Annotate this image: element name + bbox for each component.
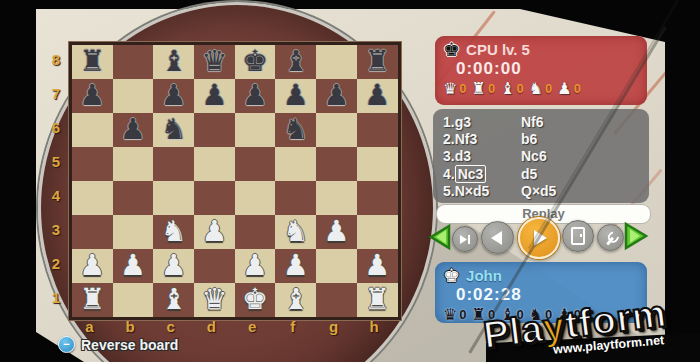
square-f7[interactable]: ♟ — [275, 79, 316, 113]
square-a4[interactable] — [72, 181, 113, 215]
square-a3[interactable] — [72, 215, 113, 249]
square-h2[interactable]: ♟ — [357, 249, 398, 283]
black-rook: ♜ — [357, 43, 398, 79]
black-pawn: ♟ — [153, 77, 194, 113]
square-d3[interactable]: ♟ — [194, 215, 235, 249]
rank-label-2: 2 — [46, 246, 66, 280]
square-e7[interactable]: ♟ — [235, 79, 276, 113]
captured-bishop-icon: ♝ — [500, 80, 514, 97]
file-label-a: a — [69, 318, 110, 335]
white-pawn: ♟ — [357, 247, 398, 283]
white-pawn: ♟ — [113, 247, 154, 283]
square-g7[interactable]: ♟ — [316, 79, 357, 113]
wii-chess-screen: 87654321 ♜♝♛♚♝♜♟♟♟♟♟♟♟♟♞♞♞♟♞♟♟♟♟♟♟♟♜♝♛♚♝… — [0, 0, 700, 362]
current-move-highlight: Nc3 — [455, 165, 487, 183]
white-bishop: ♝ — [275, 281, 316, 317]
cpu-player-panel: ♚ CPU lv. 5 0:00:00 ♛0♜0♝0♞0♟0 — [435, 36, 647, 105]
square-e2[interactable]: ♟ — [235, 249, 276, 283]
square-g3[interactable]: ♟ — [316, 215, 357, 249]
square-c4[interactable] — [153, 181, 194, 215]
rank-label-3: 3 — [46, 212, 66, 246]
cpu-player-name: CPU lv. 5 — [466, 41, 530, 58]
square-d7[interactable]: ♟ — [194, 79, 235, 113]
square-e6[interactable] — [235, 113, 276, 147]
file-label-b: b — [110, 318, 151, 335]
square-h3[interactable] — [357, 215, 398, 249]
wrench-icon — [600, 227, 621, 248]
square-b5[interactable] — [113, 147, 154, 181]
square-e5[interactable] — [235, 147, 276, 181]
square-a6[interactable] — [72, 113, 113, 147]
square-c6[interactable]: ♞ — [153, 113, 194, 147]
skip-icon — [459, 234, 471, 245]
file-label-f: f — [272, 318, 313, 335]
captured-knight-count: 0 — [545, 81, 552, 96]
square-e4[interactable] — [235, 181, 276, 215]
black-move: Q×d5 — [521, 183, 556, 200]
rank-label-6: 6 — [46, 110, 66, 144]
exit-button[interactable] — [562, 220, 594, 252]
square-f6[interactable]: ♞ — [275, 113, 316, 147]
black-pawn: ♟ — [357, 77, 398, 113]
rank-label-7: 7 — [46, 76, 66, 110]
square-f2[interactable]: ♟ — [275, 249, 316, 283]
square-g1[interactable] — [316, 283, 357, 317]
white-pawn: ♟ — [72, 247, 113, 283]
black-knight: ♞ — [275, 111, 316, 147]
square-h7[interactable]: ♟ — [357, 79, 398, 113]
square-d4[interactable] — [194, 181, 235, 215]
white-knight: ♞ — [153, 213, 194, 249]
square-d8[interactable]: ♛ — [194, 45, 235, 79]
white-queen: ♛ — [194, 281, 235, 317]
white-pawn: ♟ — [235, 247, 276, 283]
square-a8[interactable]: ♜ — [72, 45, 113, 79]
square-a1[interactable]: ♜ — [72, 283, 113, 317]
white-rook: ♜ — [72, 281, 113, 317]
rank-label-8: 8 — [46, 42, 66, 76]
rank-label-5: 5 — [46, 144, 66, 178]
square-g8[interactable] — [316, 45, 357, 79]
cpu-clock: 0:00:00 — [456, 59, 639, 79]
square-h5[interactable] — [357, 147, 398, 181]
black-pawn: ♟ — [113, 111, 154, 147]
file-label-d: d — [191, 318, 232, 335]
square-g6[interactable] — [316, 113, 357, 147]
white-pawn: ♟ — [316, 213, 357, 249]
move-row: 3.d3Nc6 — [443, 148, 639, 165]
square-b4[interactable] — [113, 181, 154, 215]
move-list: 1.g3Nf62.Nf3b63.d3Nc64.Nc3d55.N×d5Q×d5 — [433, 109, 649, 203]
square-c5[interactable] — [153, 147, 194, 181]
square-g5[interactable] — [316, 147, 357, 181]
move-row: 5.N×d5Q×d5 — [443, 183, 639, 200]
white-king: ♚ — [235, 281, 276, 317]
nav-next-arrow-icon[interactable] — [622, 221, 650, 251]
square-h1[interactable]: ♜ — [357, 283, 398, 317]
white-move: 3.d3 — [443, 148, 521, 165]
square-f4[interactable] — [275, 181, 316, 215]
square-h6[interactable] — [357, 113, 398, 147]
white-pawn: ♟ — [194, 213, 235, 249]
rank-label-4: 4 — [46, 178, 66, 212]
file-label-c: c — [150, 318, 191, 335]
square-c7[interactable]: ♟ — [153, 79, 194, 113]
square-d6[interactable] — [194, 113, 235, 147]
square-e3[interactable] — [235, 215, 276, 249]
white-pawn: ♟ — [153, 247, 194, 283]
square-b7[interactable] — [113, 79, 154, 113]
captured-knight-icon: ♞ — [529, 80, 543, 97]
square-b3[interactable] — [113, 215, 154, 249]
square-e1[interactable]: ♚ — [235, 283, 276, 317]
black-move: d5 — [521, 166, 537, 183]
black-pawn: ♟ — [235, 77, 276, 113]
file-label-g: g — [313, 318, 354, 335]
square-c3[interactable]: ♞ — [153, 215, 194, 249]
square-f5[interactable] — [275, 147, 316, 181]
wii-minus-button-icon[interactable]: − — [58, 336, 75, 353]
square-c1[interactable]: ♝ — [153, 283, 194, 317]
square-a2[interactable]: ♟ — [72, 249, 113, 283]
rank-labels: 87654321 — [46, 42, 66, 314]
square-b8[interactable] — [113, 45, 154, 79]
black-pawn: ♟ — [194, 77, 235, 113]
black-knight: ♞ — [153, 111, 194, 147]
white-knight: ♞ — [275, 213, 316, 249]
black-bishop: ♝ — [153, 43, 194, 79]
black-move: Nf6 — [521, 114, 544, 131]
white-move: 2.Nf3 — [443, 131, 521, 148]
square-d2[interactable] — [194, 249, 235, 283]
move-row: 2.Nf3b6 — [443, 131, 639, 148]
chess-board: ♜♝♛♚♝♜♟♟♟♟♟♟♟♟♞♞♞♟♞♟♟♟♟♟♟♟♜♝♛♚♝♜ — [69, 42, 401, 320]
white-rook: ♜ — [357, 281, 398, 317]
square-h8[interactable]: ♜ — [357, 45, 398, 79]
square-f3[interactable]: ♞ — [275, 215, 316, 249]
black-king: ♚ — [235, 43, 276, 79]
black-pawn: ♟ — [275, 77, 316, 113]
square-b1[interactable] — [113, 283, 154, 317]
black-move: b6 — [521, 131, 537, 148]
captured-queen-count: 0 — [459, 81, 466, 96]
square-c2[interactable]: ♟ — [153, 249, 194, 283]
john-player-name: John — [466, 267, 502, 284]
captured-rook-icon: ♜ — [472, 80, 486, 97]
black-move: Nc6 — [521, 148, 547, 165]
step-back-button[interactable] — [481, 221, 514, 254]
white-move: 1.g3 — [443, 114, 521, 131]
captured-pawn-icon: ♟ — [557, 80, 571, 97]
black-rook: ♜ — [72, 43, 113, 79]
square-d1[interactable]: ♛ — [194, 283, 235, 317]
cpu-captured-row: ♛0♜0♝0♞0♟0 — [443, 80, 639, 97]
nav-previous-arrow-icon[interactable] — [426, 223, 452, 251]
white-pawn: ♟ — [275, 247, 316, 283]
black-king-icon: ♚ — [443, 39, 460, 59]
white-king-icon: ♚ — [443, 265, 460, 285]
reverse-board-control[interactable]: − Reverse board — [58, 336, 178, 353]
black-pawn: ♟ — [316, 77, 357, 113]
rank-label-1: 1 — [46, 280, 66, 314]
square-f1[interactable]: ♝ — [275, 283, 316, 317]
door-icon — [571, 227, 585, 245]
black-bishop: ♝ — [275, 43, 316, 79]
black-queen: ♛ — [194, 43, 235, 79]
captured-queen-icon: ♛ — [443, 80, 457, 97]
move-row: 4.Nc3d5 — [443, 166, 639, 183]
captured-pawn-count: 0 — [574, 81, 581, 96]
square-b2[interactable]: ♟ — [113, 249, 154, 283]
file-labels: abcdefgh — [69, 318, 395, 335]
file-label-h: h — [354, 318, 395, 335]
white-move: 5.N×d5 — [443, 183, 521, 200]
square-a7[interactable]: ♟ — [72, 79, 113, 113]
skip-to-start-button[interactable] — [452, 226, 478, 252]
square-a5[interactable] — [72, 147, 113, 181]
white-move: 4.Nc3 — [443, 166, 521, 183]
options-button[interactable] — [597, 224, 624, 251]
captured-rook-count: 0 — [488, 81, 495, 96]
square-b6[interactable]: ♟ — [113, 113, 154, 147]
square-h4[interactable] — [357, 181, 398, 215]
square-f8[interactable]: ♝ — [275, 45, 316, 79]
triangle-left-icon — [491, 231, 502, 245]
captured-bishop-count: 0 — [517, 81, 524, 96]
black-pawn: ♟ — [72, 77, 113, 113]
file-label-e: e — [232, 318, 273, 335]
square-e8[interactable]: ♚ — [235, 45, 276, 79]
square-g4[interactable] — [316, 181, 357, 215]
captured-queen-icon: ♛ — [443, 306, 457, 323]
square-g2[interactable] — [316, 249, 357, 283]
square-d5[interactable] — [194, 147, 235, 181]
white-bishop: ♝ — [153, 281, 194, 317]
captured-queen-count: 0 — [459, 307, 466, 322]
square-c8[interactable]: ♝ — [153, 45, 194, 79]
reverse-board-label: Reverse board — [81, 337, 178, 353]
